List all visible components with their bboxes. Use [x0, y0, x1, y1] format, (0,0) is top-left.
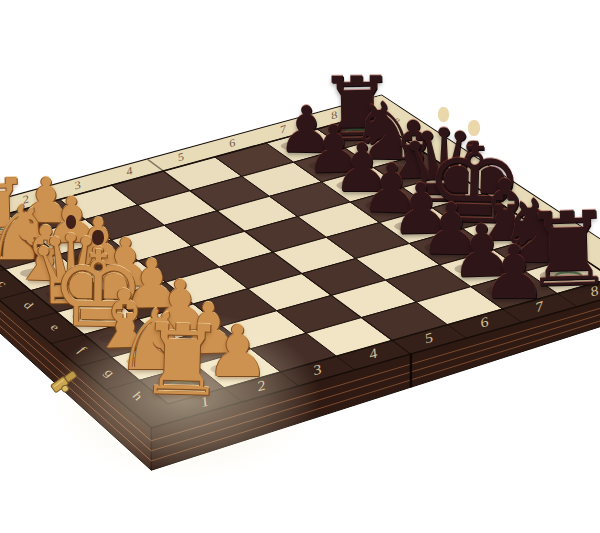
pieces-layer: ♜♟♞♟♝♟♛♟♚♟♟♜♝♟♟♞♞♟♟♝♜♟♟♛♟♚♟♝♟♞♟♜	[0, 0, 600, 533]
piece-white-rook-h1: ♜	[137, 311, 227, 410]
piece-black-pawn-h7: ♟	[481, 235, 547, 309]
chess-set-photo: aabbccddeeffgghh1122334455667788 ♜♟♞♟♝♟♛…	[0, 0, 600, 533]
